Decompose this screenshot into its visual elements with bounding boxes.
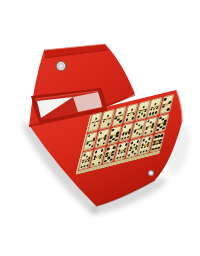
pip — [126, 136, 129, 139]
pip — [107, 123, 110, 126]
pip — [110, 158, 113, 161]
pip — [123, 126, 126, 129]
tray-snap-stud — [148, 170, 153, 175]
pip — [142, 105, 145, 108]
pip — [104, 159, 107, 162]
pip — [164, 98, 167, 101]
pip — [88, 135, 91, 138]
pip — [95, 117, 98, 120]
pip — [155, 111, 158, 114]
pip — [95, 151, 98, 154]
pip — [97, 143, 100, 146]
pip — [109, 140, 112, 143]
pip — [114, 139, 117, 142]
pip — [167, 108, 170, 111]
pip — [162, 127, 165, 130]
pip — [86, 164, 89, 167]
pip — [113, 146, 116, 149]
pip — [143, 114, 146, 117]
pip — [122, 155, 125, 158]
domino-set-photo — [0, 0, 200, 256]
pip — [125, 118, 128, 121]
pip — [138, 133, 141, 136]
pip — [156, 129, 159, 132]
pip — [101, 149, 104, 152]
pip — [148, 137, 151, 140]
pip — [144, 132, 147, 135]
pip — [93, 124, 96, 127]
pip — [119, 120, 122, 123]
pip — [136, 140, 139, 143]
pip — [157, 146, 160, 149]
pip — [112, 129, 115, 132]
pip — [145, 149, 148, 152]
pip — [92, 162, 95, 165]
pip — [134, 152, 137, 155]
pip — [128, 154, 131, 157]
pip — [125, 143, 128, 146]
pip — [131, 117, 134, 120]
pip — [160, 134, 163, 137]
pip — [119, 111, 122, 114]
snap-button — [56, 61, 65, 70]
pip — [150, 130, 153, 133]
pip — [154, 102, 157, 105]
pip — [107, 148, 110, 151]
pip — [100, 132, 103, 135]
pip — [98, 161, 101, 164]
pip — [102, 142, 105, 145]
pip — [107, 114, 110, 117]
pip — [119, 145, 122, 148]
pip — [91, 145, 94, 148]
pip — [130, 108, 133, 111]
pip — [137, 115, 140, 118]
